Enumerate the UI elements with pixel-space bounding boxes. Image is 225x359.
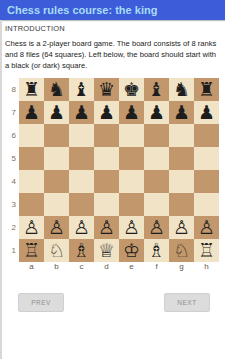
- square-b1: ♘: [44, 239, 69, 262]
- white-knight: ♘: [169, 239, 194, 261]
- file-label-c: c: [69, 262, 94, 273]
- square-g4: [169, 170, 194, 193]
- white-pawn: ♙: [19, 216, 44, 238]
- rank-label-7: 7: [5, 101, 19, 124]
- square-g1: ♘: [169, 239, 194, 262]
- file-label-b: b: [44, 262, 69, 273]
- square-e6: [119, 124, 144, 147]
- white-king: ♔: [119, 239, 144, 261]
- square-f1: ♗: [144, 239, 169, 262]
- square-a6: [19, 124, 44, 147]
- square-g3: [169, 193, 194, 216]
- square-d6: [94, 124, 119, 147]
- file-label-h: h: [194, 262, 219, 273]
- square-b3: [44, 193, 69, 216]
- square-h5: [194, 147, 219, 170]
- white-pawn: ♙: [119, 216, 144, 238]
- square-d7: ♟: [94, 101, 119, 124]
- lesson-content: INTRODUCTION Chess is a 2-player board g…: [0, 24, 225, 312]
- white-bishop: ♗: [69, 239, 94, 261]
- square-a3: [19, 193, 44, 216]
- square-d3: [94, 193, 119, 216]
- square-g5: [169, 147, 194, 170]
- nav-buttons: PREV NEXT: [18, 293, 210, 312]
- white-queen: ♕: [94, 239, 119, 261]
- black-pawn: ♟: [44, 101, 69, 123]
- square-d4: [94, 170, 119, 193]
- square-f8: ♝: [144, 78, 169, 101]
- square-f5: [144, 147, 169, 170]
- white-bishop: ♗: [144, 239, 169, 261]
- board-corner: [5, 262, 19, 273]
- square-g6: [169, 124, 194, 147]
- square-h7: ♟: [194, 101, 219, 124]
- black-bishop: ♝: [144, 78, 169, 100]
- black-pawn: ♟: [19, 101, 44, 123]
- square-f6: [144, 124, 169, 147]
- black-pawn: ♟: [119, 101, 144, 123]
- square-d8: ♛: [94, 78, 119, 101]
- file-label-d: d: [94, 262, 119, 273]
- rank-label-3: 3: [5, 193, 19, 216]
- lesson-text: Chess is a 2-player board game. The boar…: [5, 38, 222, 71]
- rank-label-1: 1: [5, 239, 19, 262]
- square-c2: ♙: [69, 216, 94, 239]
- file-label-e: e: [119, 262, 144, 273]
- square-b6: [44, 124, 69, 147]
- file-label-g: g: [169, 262, 194, 273]
- square-e2: ♙: [119, 216, 144, 239]
- square-c8: ♝: [69, 78, 94, 101]
- square-b4: [44, 170, 69, 193]
- app-title-bar: Chess rules course: the king: [0, 0, 225, 20]
- square-g2: ♙: [169, 216, 194, 239]
- file-label-a: a: [19, 262, 44, 273]
- file-label-f: f: [144, 262, 169, 273]
- square-h1: ♖: [194, 239, 219, 262]
- square-g8: ♞: [169, 78, 194, 101]
- square-c3: [69, 193, 94, 216]
- square-c7: ♟: [69, 101, 94, 124]
- white-pawn: ♙: [169, 216, 194, 238]
- black-bishop: ♝: [69, 78, 94, 100]
- square-h2: ♙: [194, 216, 219, 239]
- black-rook: ♜: [194, 78, 219, 100]
- app-title: Chess rules course: the king: [7, 4, 157, 16]
- prev-button[interactable]: PREV: [18, 293, 64, 312]
- black-rook: ♜: [19, 78, 44, 100]
- square-a7: ♟: [19, 101, 44, 124]
- chess-board: 8♜♞♝♛♚♝♞♜7♟♟♟♟♟♟♟♟65432♙♙♙♙♙♙♙♙1♖♘♗♕♔♗♘♖…: [5, 78, 222, 285]
- black-knight: ♞: [44, 78, 69, 100]
- rank-label-8: 8: [5, 78, 19, 101]
- square-e4: [119, 170, 144, 193]
- square-a1: ♖: [19, 239, 44, 262]
- square-a4: [19, 170, 44, 193]
- square-b7: ♟: [44, 101, 69, 124]
- square-b5: [44, 147, 69, 170]
- white-rook: ♖: [19, 239, 44, 261]
- black-king: ♚: [119, 78, 144, 100]
- app-window: Chess rules course: the king INTRODUCTIO…: [0, 0, 225, 312]
- white-pawn: ♙: [194, 216, 219, 238]
- square-a5: [19, 147, 44, 170]
- square-e8: ♚: [119, 78, 144, 101]
- square-h3: [194, 193, 219, 216]
- white-pawn: ♙: [94, 216, 119, 238]
- square-d5: [94, 147, 119, 170]
- square-f2: ♙: [144, 216, 169, 239]
- rank-label-2: 2: [5, 216, 19, 239]
- white-pawn: ♙: [44, 216, 69, 238]
- square-a8: ♜: [19, 78, 44, 101]
- white-rook: ♖: [194, 239, 219, 261]
- black-pawn: ♟: [169, 101, 194, 123]
- square-h6: [194, 124, 219, 147]
- square-e5: [119, 147, 144, 170]
- square-g7: ♟: [169, 101, 194, 124]
- black-queen: ♛: [94, 78, 119, 100]
- square-c5: [69, 147, 94, 170]
- square-c4: [69, 170, 94, 193]
- next-button[interactable]: NEXT: [164, 293, 210, 312]
- square-d1: ♕: [94, 239, 119, 262]
- white-knight: ♘: [44, 239, 69, 261]
- square-a2: ♙: [19, 216, 44, 239]
- white-pawn: ♙: [144, 216, 169, 238]
- square-h8: ♜: [194, 78, 219, 101]
- square-f7: ♟: [144, 101, 169, 124]
- square-f4: [144, 170, 169, 193]
- square-b8: ♞: [44, 78, 69, 101]
- black-knight: ♞: [169, 78, 194, 100]
- square-e1: ♔: [119, 239, 144, 262]
- black-pawn: ♟: [94, 101, 119, 123]
- square-d2: ♙: [94, 216, 119, 239]
- square-e7: ♟: [119, 101, 144, 124]
- square-c1: ♗: [69, 239, 94, 262]
- square-b2: ♙: [44, 216, 69, 239]
- square-f3: [144, 193, 169, 216]
- square-e3: [119, 193, 144, 216]
- black-pawn: ♟: [144, 101, 169, 123]
- section-heading: INTRODUCTION: [5, 24, 222, 33]
- rank-label-6: 6: [5, 124, 19, 147]
- black-pawn: ♟: [194, 101, 219, 123]
- rank-label-5: 5: [5, 147, 19, 170]
- black-pawn: ♟: [69, 101, 94, 123]
- square-c6: [69, 124, 94, 147]
- rank-label-4: 4: [5, 170, 19, 193]
- square-h4: [194, 170, 219, 193]
- white-pawn: ♙: [69, 216, 94, 238]
